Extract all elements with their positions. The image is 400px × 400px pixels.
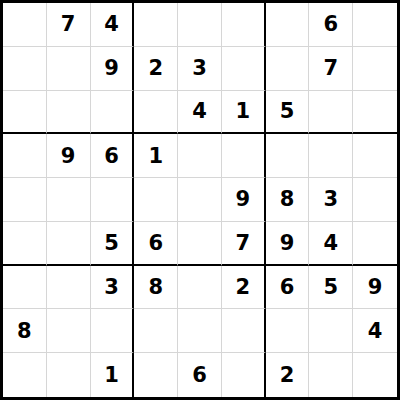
cell-r8c9[interactable]: 4 xyxy=(353,309,397,353)
cell-r6c3[interactable]: 5 xyxy=(91,222,135,266)
cell-r5c9[interactable] xyxy=(353,178,397,222)
cell-r1c2[interactable]: 7 xyxy=(47,3,91,47)
cell-r3c6[interactable]: 1 xyxy=(222,91,266,135)
cell-r8c7[interactable] xyxy=(266,309,310,353)
cell-r1c4[interactable] xyxy=(134,3,178,47)
cell-r4c1[interactable] xyxy=(3,134,47,178)
cell-r7c3[interactable]: 3 xyxy=(91,266,135,310)
cell-r7c6[interactable]: 2 xyxy=(222,266,266,310)
cell-r5c8[interactable]: 3 xyxy=(309,178,353,222)
cell-r6c9[interactable] xyxy=(353,222,397,266)
cell-r1c8[interactable]: 6 xyxy=(309,3,353,47)
cell-r8c8[interactable] xyxy=(309,309,353,353)
cell-r6c8[interactable]: 4 xyxy=(309,222,353,266)
cell-r9c8[interactable] xyxy=(309,353,353,397)
cell-r4c8[interactable] xyxy=(309,134,353,178)
cell-r9c6[interactable] xyxy=(222,353,266,397)
cell-r4c5[interactable] xyxy=(178,134,222,178)
cell-r2c6[interactable] xyxy=(222,47,266,91)
cell-r7c8[interactable]: 5 xyxy=(309,266,353,310)
cell-r3c2[interactable] xyxy=(47,91,91,135)
cell-r9c4[interactable] xyxy=(134,353,178,397)
cell-r4c2[interactable]: 9 xyxy=(47,134,91,178)
cell-r8c1[interactable]: 8 xyxy=(3,309,47,353)
cell-r6c5[interactable] xyxy=(178,222,222,266)
cell-r3c7[interactable]: 5 xyxy=(266,91,310,135)
cell-r2c7[interactable] xyxy=(266,47,310,91)
cell-r2c2[interactable] xyxy=(47,47,91,91)
cell-r9c5[interactable]: 6 xyxy=(178,353,222,397)
cell-r8c5[interactable] xyxy=(178,309,222,353)
cell-r8c6[interactable] xyxy=(222,309,266,353)
cell-r4c3[interactable]: 6 xyxy=(91,134,135,178)
cell-r2c5[interactable]: 3 xyxy=(178,47,222,91)
cell-r9c9[interactable] xyxy=(353,353,397,397)
cell-r6c7[interactable]: 9 xyxy=(266,222,310,266)
cell-r6c1[interactable] xyxy=(3,222,47,266)
cell-r3c1[interactable] xyxy=(3,91,47,135)
cell-r3c4[interactable] xyxy=(134,91,178,135)
cell-r9c7[interactable]: 2 xyxy=(266,353,310,397)
cell-r5c4[interactable] xyxy=(134,178,178,222)
cell-r5c1[interactable] xyxy=(3,178,47,222)
cell-r6c2[interactable] xyxy=(47,222,91,266)
cell-r7c5[interactable] xyxy=(178,266,222,310)
cell-r3c9[interactable] xyxy=(353,91,397,135)
cell-r8c3[interactable] xyxy=(91,309,135,353)
cell-r2c1[interactable] xyxy=(3,47,47,91)
cell-r4c4[interactable]: 1 xyxy=(134,134,178,178)
cell-r9c1[interactable] xyxy=(3,353,47,397)
cell-r9c3[interactable]: 1 xyxy=(91,353,135,397)
cell-r5c3[interactable] xyxy=(91,178,135,222)
cell-r5c2[interactable] xyxy=(47,178,91,222)
cell-r1c9[interactable] xyxy=(353,3,397,47)
cell-r6c6[interactable]: 7 xyxy=(222,222,266,266)
cell-r2c9[interactable] xyxy=(353,47,397,91)
cell-r7c4[interactable]: 8 xyxy=(134,266,178,310)
cell-r9c2[interactable] xyxy=(47,353,91,397)
cell-r3c5[interactable]: 4 xyxy=(178,91,222,135)
cell-r5c7[interactable]: 8 xyxy=(266,178,310,222)
cell-r8c2[interactable] xyxy=(47,309,91,353)
cell-r3c8[interactable] xyxy=(309,91,353,135)
cell-r8c4[interactable] xyxy=(134,309,178,353)
cell-r6c4[interactable]: 6 xyxy=(134,222,178,266)
cell-r7c1[interactable] xyxy=(3,266,47,310)
cell-r4c6[interactable] xyxy=(222,134,266,178)
cell-r1c6[interactable] xyxy=(222,3,266,47)
cell-r1c3[interactable]: 4 xyxy=(91,3,135,47)
cell-r2c4[interactable]: 2 xyxy=(134,47,178,91)
cell-r7c9[interactable]: 9 xyxy=(353,266,397,310)
cell-r5c6[interactable]: 9 xyxy=(222,178,266,222)
cell-r4c9[interactable] xyxy=(353,134,397,178)
sudoku-board: 74692374159619835679438265984162 xyxy=(0,0,400,400)
cell-r5c5[interactable] xyxy=(178,178,222,222)
cell-r1c7[interactable] xyxy=(266,3,310,47)
cell-r1c5[interactable] xyxy=(178,3,222,47)
cell-r2c3[interactable]: 9 xyxy=(91,47,135,91)
cell-r7c2[interactable] xyxy=(47,266,91,310)
cell-r1c1[interactable] xyxy=(3,3,47,47)
cell-r2c8[interactable]: 7 xyxy=(309,47,353,91)
cell-r7c7[interactable]: 6 xyxy=(266,266,310,310)
cell-r4c7[interactable] xyxy=(266,134,310,178)
cell-r3c3[interactable] xyxy=(91,91,135,135)
